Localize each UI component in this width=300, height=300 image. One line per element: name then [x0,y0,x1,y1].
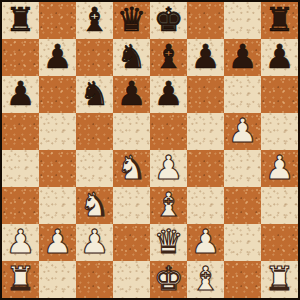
piece-white-king[interactable]: ♚ [154,261,184,297]
piece-black-queen[interactable]: ♛ [117,2,147,38]
piece-black-knight[interactable]: ♞ [80,76,110,112]
square-h5[interactable] [261,113,298,150]
square-a1[interactable]: ♜ [2,261,39,298]
piece-white-pawn[interactable]: ♟ [6,224,36,260]
square-c6[interactable]: ♞ [76,76,113,113]
square-h4[interactable]: ♟ [261,150,298,187]
piece-black-pawn[interactable]: ♟ [191,39,221,75]
piece-black-pawn[interactable]: ♟ [154,76,184,112]
piece-black-pawn[interactable]: ♟ [265,39,295,75]
square-e4[interactable]: ♟ [150,150,187,187]
piece-black-rook[interactable]: ♜ [6,2,36,38]
piece-white-pawn[interactable]: ♟ [265,150,295,186]
square-b6[interactable] [39,76,76,113]
piece-white-rook[interactable]: ♜ [265,261,295,297]
square-d5[interactable] [113,113,150,150]
chess-board: ♜♝♛♚♜♟♞♝♟♟♟♟♞♟♟♟♞♟♟♞♝♟♟♟♛♟♜♚♝♜ [2,2,298,298]
square-a8[interactable]: ♜ [2,2,39,39]
square-h8[interactable]: ♜ [261,2,298,39]
square-b1[interactable] [39,261,76,298]
piece-black-bishop[interactable]: ♝ [80,2,110,38]
square-g6[interactable] [224,76,261,113]
piece-white-pawn[interactable]: ♟ [43,224,73,260]
piece-black-rook[interactable]: ♜ [265,2,295,38]
piece-black-pawn[interactable]: ♟ [117,76,147,112]
square-h7[interactable]: ♟ [261,39,298,76]
square-f4[interactable] [187,150,224,187]
square-f1[interactable]: ♝ [187,261,224,298]
square-b3[interactable] [39,187,76,224]
piece-white-knight[interactable]: ♞ [80,187,110,223]
square-e3[interactable]: ♝ [150,187,187,224]
square-h6[interactable] [261,76,298,113]
square-d4[interactable]: ♞ [113,150,150,187]
square-g7[interactable]: ♟ [224,39,261,76]
piece-white-pawn[interactable]: ♟ [154,150,184,186]
square-e7[interactable]: ♝ [150,39,187,76]
square-d2[interactable] [113,224,150,261]
square-c5[interactable] [76,113,113,150]
square-a7[interactable] [2,39,39,76]
square-g5[interactable]: ♟ [224,113,261,150]
square-b4[interactable] [39,150,76,187]
chess-board-frame: ♜♝♛♚♜♟♞♝♟♟♟♟♞♟♟♟♞♟♟♞♝♟♟♟♛♟♜♚♝♜ [0,0,300,300]
square-a4[interactable] [2,150,39,187]
square-e5[interactable] [150,113,187,150]
square-d3[interactable] [113,187,150,224]
square-e6[interactable]: ♟ [150,76,187,113]
piece-white-queen[interactable]: ♛ [154,224,184,260]
square-d8[interactable]: ♛ [113,2,150,39]
square-e8[interactable]: ♚ [150,2,187,39]
square-c2[interactable]: ♟ [76,224,113,261]
square-g2[interactable] [224,224,261,261]
square-f3[interactable] [187,187,224,224]
square-f5[interactable] [187,113,224,150]
square-c8[interactable]: ♝ [76,2,113,39]
piece-black-pawn[interactable]: ♟ [43,39,73,75]
square-b5[interactable] [39,113,76,150]
square-h1[interactable]: ♜ [261,261,298,298]
square-c4[interactable] [76,150,113,187]
square-a2[interactable]: ♟ [2,224,39,261]
piece-black-pawn[interactable]: ♟ [228,39,258,75]
piece-black-pawn[interactable]: ♟ [6,76,36,112]
square-e2[interactable]: ♛ [150,224,187,261]
square-f8[interactable] [187,2,224,39]
square-d6[interactable]: ♟ [113,76,150,113]
square-h3[interactable] [261,187,298,224]
piece-white-pawn[interactable]: ♟ [228,113,258,149]
piece-white-rook[interactable]: ♜ [6,261,36,297]
square-f6[interactable] [187,76,224,113]
square-a3[interactable] [2,187,39,224]
square-c3[interactable]: ♞ [76,187,113,224]
piece-black-bishop[interactable]: ♝ [154,39,184,75]
square-b8[interactable] [39,2,76,39]
piece-white-bishop[interactable]: ♝ [191,261,221,297]
square-g3[interactable] [224,187,261,224]
square-f7[interactable]: ♟ [187,39,224,76]
square-g8[interactable] [224,2,261,39]
square-c7[interactable] [76,39,113,76]
piece-white-pawn[interactable]: ♟ [191,224,221,260]
square-b2[interactable]: ♟ [39,224,76,261]
square-h2[interactable] [261,224,298,261]
square-a5[interactable] [2,113,39,150]
piece-black-knight[interactable]: ♞ [117,39,147,75]
piece-black-king[interactable]: ♚ [154,2,184,38]
square-d1[interactable] [113,261,150,298]
square-g1[interactable] [224,261,261,298]
square-a6[interactable]: ♟ [2,76,39,113]
square-d7[interactable]: ♞ [113,39,150,76]
square-b7[interactable]: ♟ [39,39,76,76]
piece-white-knight[interactable]: ♞ [117,150,147,186]
square-g4[interactable] [224,150,261,187]
square-f2[interactable]: ♟ [187,224,224,261]
square-e1[interactable]: ♚ [150,261,187,298]
square-c1[interactable] [76,261,113,298]
piece-white-pawn[interactable]: ♟ [80,224,110,260]
piece-white-bishop[interactable]: ♝ [154,187,184,223]
